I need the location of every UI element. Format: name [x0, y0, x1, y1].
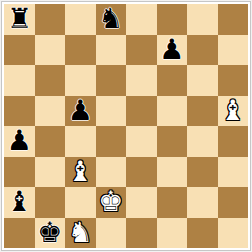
square-h2[interactable] — [218, 187, 249, 218]
square-e7[interactable] — [126, 35, 157, 66]
square-f1[interactable] — [157, 218, 188, 249]
square-b2[interactable] — [35, 187, 66, 218]
square-a5[interactable] — [4, 96, 35, 127]
square-h5[interactable]: ♝ — [218, 96, 249, 127]
square-d4[interactable] — [96, 126, 127, 157]
square-g7[interactable] — [187, 35, 218, 66]
square-d3[interactable] — [96, 157, 127, 188]
square-f4[interactable] — [157, 126, 188, 157]
square-b8[interactable] — [35, 4, 66, 35]
white-knight[interactable]: ♞ — [68, 218, 93, 248]
square-c2[interactable] — [65, 187, 96, 218]
board-frame: ♜♞♟♟♝♟♝♝♚♚♞ — [0, 0, 252, 252]
square-e1[interactable] — [126, 218, 157, 249]
black-rook[interactable]: ♜ — [7, 4, 32, 34]
square-d1[interactable] — [96, 218, 127, 249]
black-pawn[interactable]: ♟ — [7, 126, 32, 156]
square-h3[interactable] — [218, 157, 249, 188]
square-d7[interactable] — [96, 35, 127, 66]
square-b7[interactable] — [35, 35, 66, 66]
square-f3[interactable] — [157, 157, 188, 188]
square-c1[interactable]: ♞ — [65, 218, 96, 249]
white-bishop[interactable]: ♝ — [68, 157, 93, 187]
black-knight[interactable]: ♞ — [98, 4, 123, 34]
square-e3[interactable] — [126, 157, 157, 188]
square-d5[interactable] — [96, 96, 127, 127]
square-d6[interactable] — [96, 65, 127, 96]
square-e6[interactable] — [126, 65, 157, 96]
square-g5[interactable] — [187, 96, 218, 127]
square-h6[interactable] — [218, 65, 249, 96]
square-e8[interactable] — [126, 4, 157, 35]
square-a1[interactable] — [4, 218, 35, 249]
square-g1[interactable] — [187, 218, 218, 249]
square-a3[interactable] — [4, 157, 35, 188]
square-c5[interactable]: ♟ — [65, 96, 96, 127]
square-b1[interactable]: ♚ — [35, 218, 66, 249]
square-d2[interactable]: ♚ — [96, 187, 127, 218]
square-f7[interactable]: ♟ — [157, 35, 188, 66]
square-g2[interactable] — [187, 187, 218, 218]
black-bishop[interactable]: ♝ — [7, 187, 32, 217]
square-c3[interactable]: ♝ — [65, 157, 96, 188]
square-f6[interactable] — [157, 65, 188, 96]
square-e5[interactable] — [126, 96, 157, 127]
square-h1[interactable] — [218, 218, 249, 249]
square-b3[interactable] — [35, 157, 66, 188]
square-a4[interactable]: ♟ — [4, 126, 35, 157]
square-b6[interactable] — [35, 65, 66, 96]
square-e4[interactable] — [126, 126, 157, 157]
square-a8[interactable]: ♜ — [4, 4, 35, 35]
square-g6[interactable] — [187, 65, 218, 96]
square-b4[interactable] — [35, 126, 66, 157]
square-c8[interactable] — [65, 4, 96, 35]
black-pawn[interactable]: ♟ — [68, 96, 93, 126]
black-pawn[interactable]: ♟ — [159, 35, 184, 65]
square-h7[interactable] — [218, 35, 249, 66]
square-b5[interactable] — [35, 96, 66, 127]
chess-board: ♜♞♟♟♝♟♝♝♚♚♞ — [4, 4, 248, 248]
square-c6[interactable] — [65, 65, 96, 96]
square-h8[interactable] — [218, 4, 249, 35]
square-g4[interactable] — [187, 126, 218, 157]
square-g8[interactable] — [187, 4, 218, 35]
square-a7[interactable] — [4, 35, 35, 66]
square-e2[interactable] — [126, 187, 157, 218]
square-f2[interactable] — [157, 187, 188, 218]
square-a6[interactable] — [4, 65, 35, 96]
white-king[interactable]: ♚ — [98, 187, 123, 217]
square-f5[interactable] — [157, 96, 188, 127]
square-c7[interactable] — [65, 35, 96, 66]
square-f8[interactable] — [157, 4, 188, 35]
black-king[interactable]: ♚ — [37, 218, 62, 248]
square-g3[interactable] — [187, 157, 218, 188]
square-d8[interactable]: ♞ — [96, 4, 127, 35]
square-c4[interactable] — [65, 126, 96, 157]
white-bishop[interactable]: ♝ — [220, 96, 245, 126]
square-h4[interactable] — [218, 126, 249, 157]
square-a2[interactable]: ♝ — [4, 187, 35, 218]
